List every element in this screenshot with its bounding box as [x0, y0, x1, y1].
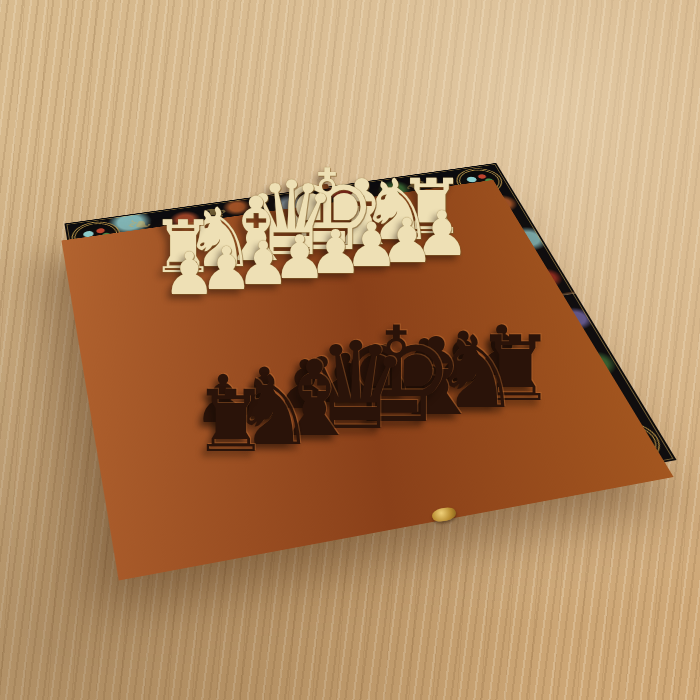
table-surface: HH11GG22FF33EE44DD55CC66BB77AA88 ❧❧❧❧❧❧❧…: [0, 0, 700, 700]
piece-black-rook[interactable]: ♜: [193, 379, 269, 464]
piece-white-pawn[interactable]: ♟: [163, 245, 216, 304]
